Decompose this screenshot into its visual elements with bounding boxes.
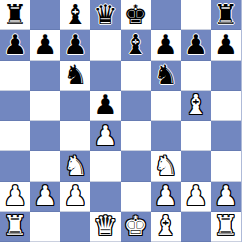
square-b7[interactable]: ♟	[30, 30, 60, 60]
square-g4[interactable]	[181, 121, 211, 151]
square-d8[interactable]: ♛	[90, 0, 120, 30]
square-h2[interactable]: ♟	[211, 182, 241, 212]
square-b8[interactable]	[30, 0, 60, 30]
square-c5[interactable]	[60, 91, 90, 121]
white-bishop[interactable]: ♝	[184, 91, 208, 118]
square-c7[interactable]: ♟	[60, 30, 90, 60]
square-d6[interactable]	[90, 61, 120, 91]
black-pawn[interactable]: ♟	[184, 31, 208, 58]
square-c6[interactable]: ♞	[60, 61, 90, 91]
square-f4[interactable]	[151, 121, 181, 151]
square-b1[interactable]	[30, 212, 60, 242]
square-a1[interactable]: ♜	[0, 212, 30, 242]
black-queen[interactable]: ♛	[93, 1, 117, 28]
square-h4[interactable]	[211, 121, 241, 151]
square-e3[interactable]	[121, 151, 151, 181]
white-pawn[interactable]: ♟	[184, 182, 208, 209]
square-e5[interactable]	[121, 91, 151, 121]
square-h5[interactable]	[211, 91, 241, 121]
chess-board: ♜♝♛♚♜♟♟♟♝♟♟♟♞♞♟♝♟♞♞♟♟♟♟♟♟♜♛♚♝♜	[0, 0, 242, 242]
black-pawn[interactable]: ♟	[154, 31, 178, 58]
white-rook[interactable]: ♜	[214, 212, 238, 239]
square-b4[interactable]	[30, 121, 60, 151]
black-rook[interactable]: ♜	[214, 1, 238, 28]
white-knight[interactable]: ♞	[63, 152, 87, 179]
black-rook[interactable]: ♜	[3, 1, 27, 28]
square-f2[interactable]: ♟	[151, 182, 181, 212]
square-a6[interactable]	[0, 61, 30, 91]
black-bishop[interactable]: ♝	[123, 31, 147, 58]
white-pawn[interactable]: ♟	[63, 182, 87, 209]
black-knight[interactable]: ♞	[154, 61, 178, 88]
square-g2[interactable]: ♟	[181, 182, 211, 212]
square-f3[interactable]: ♞	[151, 151, 181, 181]
white-knight[interactable]: ♞	[154, 152, 178, 179]
square-c1[interactable]	[60, 212, 90, 242]
square-d2[interactable]	[90, 182, 120, 212]
square-c3[interactable]: ♞	[60, 151, 90, 181]
white-pawn[interactable]: ♟	[33, 182, 57, 209]
square-b6[interactable]	[30, 61, 60, 91]
square-a5[interactable]	[0, 91, 30, 121]
black-pawn[interactable]: ♟	[3, 31, 27, 58]
white-pawn[interactable]: ♟	[214, 182, 238, 209]
white-pawn[interactable]: ♟	[154, 182, 178, 209]
square-a8[interactable]: ♜	[0, 0, 30, 30]
square-e2[interactable]	[121, 182, 151, 212]
square-a2[interactable]: ♟	[0, 182, 30, 212]
square-f5[interactable]	[151, 91, 181, 121]
square-c4[interactable]	[60, 121, 90, 151]
square-h3[interactable]	[211, 151, 241, 181]
square-g6[interactable]	[181, 61, 211, 91]
square-d4[interactable]: ♟	[90, 121, 120, 151]
square-b3[interactable]	[30, 151, 60, 181]
black-pawn[interactable]: ♟	[33, 31, 57, 58]
square-d1[interactable]: ♛	[90, 212, 120, 242]
square-f1[interactable]: ♝	[151, 212, 181, 242]
square-h7[interactable]: ♟	[211, 30, 241, 60]
square-e7[interactable]: ♝	[121, 30, 151, 60]
square-f8[interactable]	[151, 0, 181, 30]
square-f6[interactable]: ♞	[151, 61, 181, 91]
square-e6[interactable]	[121, 61, 151, 91]
black-pawn[interactable]: ♟	[93, 91, 117, 118]
square-d5[interactable]: ♟	[90, 91, 120, 121]
black-pawn[interactable]: ♟	[214, 31, 238, 58]
white-pawn[interactable]: ♟	[93, 122, 117, 149]
square-h6[interactable]	[211, 61, 241, 91]
square-e1[interactable]: ♚	[121, 212, 151, 242]
white-king[interactable]: ♚	[123, 212, 147, 239]
black-bishop[interactable]: ♝	[63, 1, 87, 28]
white-rook[interactable]: ♜	[3, 212, 27, 239]
square-g8[interactable]	[181, 0, 211, 30]
square-a3[interactable]	[0, 151, 30, 181]
square-d7[interactable]	[90, 30, 120, 60]
square-c8[interactable]: ♝	[60, 0, 90, 30]
square-g3[interactable]	[181, 151, 211, 181]
square-h8[interactable]: ♜	[211, 0, 241, 30]
black-pawn[interactable]: ♟	[63, 31, 87, 58]
square-g1[interactable]	[181, 212, 211, 242]
square-f7[interactable]: ♟	[151, 30, 181, 60]
square-g7[interactable]: ♟	[181, 30, 211, 60]
square-b2[interactable]: ♟	[30, 182, 60, 212]
square-a4[interactable]	[0, 121, 30, 151]
square-b5[interactable]	[30, 91, 60, 121]
square-d3[interactable]	[90, 151, 120, 181]
square-h1[interactable]: ♜	[211, 212, 241, 242]
square-g5[interactable]: ♝	[181, 91, 211, 121]
white-queen[interactable]: ♛	[93, 212, 117, 239]
square-e4[interactable]	[121, 121, 151, 151]
square-a7[interactable]: ♟	[0, 30, 30, 60]
black-knight[interactable]: ♞	[63, 61, 87, 88]
square-e8[interactable]: ♚	[121, 0, 151, 30]
white-pawn[interactable]: ♟	[3, 182, 27, 209]
white-bishop[interactable]: ♝	[154, 212, 178, 239]
square-c2[interactable]: ♟	[60, 182, 90, 212]
black-king[interactable]: ♚	[123, 1, 147, 28]
